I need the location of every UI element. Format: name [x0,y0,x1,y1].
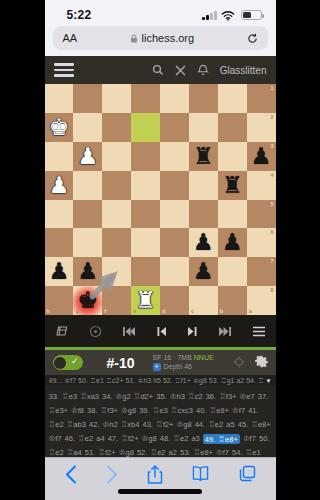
refresh-icon[interactable] [247,33,258,44]
phone-screen: 5:22 AA lichess.org [45,0,276,500]
square-f2[interactable] [102,113,131,142]
file-label: h [47,308,50,314]
square-a4[interactable]: 4 [247,171,276,200]
rank-label: 8 [270,287,273,293]
gear-icon[interactable] [255,355,268,371]
square-g8[interactable]: ♚g [73,286,102,315]
square-h8[interactable]: h [45,286,74,315]
square-h6[interactable] [45,228,74,257]
rank-label: 1 [270,85,273,91]
step-forward-icon[interactable] [187,326,198,337]
piece-bP-g7[interactable]: ♟ [73,257,102,286]
square-c7[interactable]: ♟ [189,257,218,286]
square-b6[interactable]: ♟ [218,228,247,257]
bookmarks-icon[interactable] [192,465,209,482]
square-g1[interactable] [73,84,102,113]
square-c4[interactable] [189,171,218,200]
square-a8[interactable]: 8a [247,286,276,315]
piece-bP-b6[interactable]: ♟ [218,228,247,257]
wifi-icon [221,10,235,21]
square-h4[interactable]: ♟ [45,171,74,200]
square-a2[interactable]: 2 [247,113,276,142]
piece-bR-b4[interactable]: ♜ [218,171,247,200]
square-h1[interactable] [45,84,74,113]
square-b7[interactable] [218,257,247,286]
file-label: g [75,308,78,314]
analysis-controls-bar [45,315,276,347]
square-b2[interactable] [218,113,247,142]
square-c3[interactable]: ♜ [189,142,218,171]
expand-caret-icon[interactable]: ▼ [266,378,272,384]
square-d5[interactable] [160,200,189,229]
file-label: c [191,308,194,314]
square-e1[interactable] [131,84,160,113]
piece-bP-c6[interactable]: ♟ [189,228,218,257]
square-d1[interactable] [160,84,189,113]
square-e7[interactable] [131,257,160,286]
square-f5[interactable] [102,200,131,229]
step-back-icon[interactable] [156,326,167,337]
rank-label: 7 [270,258,273,264]
rank-label: 5 [270,201,273,207]
engine-pv-row[interactable]: 49... ♔f7 50. ♖e1 ♖c2+ 51. ♔h3 h5 52. ♖f… [45,375,276,386]
square-g6[interactable] [73,228,102,257]
square-e5[interactable] [131,200,160,229]
square-d6[interactable] [160,228,189,257]
square-f8[interactable]: f [102,286,131,315]
battery-icon [241,10,262,20]
close-icon[interactable] [175,65,186,76]
square-d2[interactable] [160,113,189,142]
file-label: e [133,308,136,314]
square-f3[interactable] [102,142,131,171]
move-list[interactable]: 33. ♖e3 ♖xa3 34. ♔g2 ♖d2+ 35. ♔h3 ♖c2 36… [45,386,276,457]
square-a1[interactable]: 1 [247,84,276,113]
square-h3[interactable] [45,142,74,171]
skip-to-end-icon[interactable] [218,326,232,337]
skip-to-start-icon[interactable] [122,326,136,337]
square-b3[interactable] [218,142,247,171]
url-host: lichess.org [142,32,195,44]
square-f6[interactable] [102,228,131,257]
square-e8[interactable]: ♜e [131,286,160,315]
piece-bP-c7[interactable]: ♟ [189,257,218,286]
lock-icon [130,34,138,43]
engine-pv-line: 49... ♔f7 50. ♖e1 ♖c2+ 51. ♔h3 h5 52. ♖f… [49,377,263,385]
square-h2[interactable]: ♚ [45,113,74,142]
square-g5[interactable] [73,200,102,229]
lichess-header: Glasslitten [45,56,276,84]
bell-icon[interactable] [197,64,209,76]
square-c6[interactable]: ♟ [189,228,218,257]
square-f4[interactable] [102,171,131,200]
square-g4[interactable] [73,171,102,200]
chess-board: 1♚2♟♜♟3♟♜45♟♟6♟♟♟7h♚gf♜edcb8a [45,84,276,315]
menu-list-icon[interactable] [252,326,266,337]
address-field[interactable]: AA lichess.org [53,26,268,50]
engine-depth: +Depth 46 [153,363,223,371]
square-b8[interactable]: b [218,286,247,315]
share-icon[interactable] [147,465,163,485]
square-e2[interactable] [131,113,160,142]
square-e6[interactable] [131,228,160,257]
square-d7[interactable] [160,257,189,286]
square-g2[interactable] [73,113,102,142]
square-g3[interactable]: ♟ [73,142,102,171]
file-label: d [162,308,165,314]
square-c2[interactable] [189,113,218,142]
depth-plus-icon[interactable]: + [153,363,161,371]
square-e4[interactable] [131,171,160,200]
focus-icon[interactable] [233,356,245,370]
file-label: b [220,308,223,314]
menu-icon[interactable] [54,63,74,77]
home-indicator[interactable] [118,489,202,494]
analysis-board-icon[interactable] [55,325,69,337]
square-h5[interactable] [45,200,74,229]
square-a5[interactable]: 5 [247,200,276,229]
file-label: f [104,308,106,314]
rank-label: 3 [270,143,273,149]
square-f1[interactable] [102,84,131,113]
engine-eval: #-10 [107,355,135,371]
back-icon[interactable] [65,465,77,484]
rank-label: 4 [270,172,273,178]
reader-button[interactable]: AA [63,32,78,44]
square-c8[interactable]: c [189,286,218,315]
square-c1[interactable] [189,84,218,113]
square-c5[interactable] [189,200,218,229]
square-g7[interactable]: ♟ [73,257,102,286]
square-e3[interactable] [131,142,160,171]
file-label: a [249,308,252,314]
username[interactable]: Glasslitten [220,65,267,76]
engine-name: SF 16 · 7MB NNUE [153,354,223,362]
square-a6[interactable]: 6 [247,228,276,257]
rank-label: 6 [270,229,273,235]
square-b4[interactable]: ♜ [218,171,247,200]
square-b5[interactable] [218,200,247,229]
current-move[interactable]: 49. ♖e8+ [203,434,240,444]
cellular-signal-icon [202,10,217,20]
square-f7[interactable] [102,257,131,286]
square-h7[interactable]: ♟ [45,257,74,286]
safari-toolbar [45,457,276,500]
clock: 5:22 [67,8,92,22]
engine-panel: ✓ #-10 SF 16 · 7MB NNUE +Depth 46 [45,350,276,375]
engine-toggle[interactable]: ✓ [53,355,83,370]
search-icon[interactable] [152,64,164,76]
square-a7[interactable]: 7 [247,257,276,286]
forward-icon[interactable] [106,465,118,484]
square-b1[interactable] [218,84,247,113]
square-a3[interactable]: ♟3 [247,142,276,171]
piece-bR-c3[interactable]: ♜ [189,142,218,171]
piece-bP-h7[interactable]: ♟ [45,257,74,286]
practice-icon[interactable] [89,325,102,338]
piece-wK-h2[interactable]: ♚ [45,113,74,142]
tabs-icon[interactable] [239,465,256,482]
square-d3[interactable] [160,142,189,171]
safari-url-bar: AA lichess.org [45,26,276,56]
ios-status-bar: 5:22 [45,0,276,26]
square-d4[interactable] [160,171,189,200]
square-d8[interactable]: d [160,286,189,315]
rank-label: 2 [270,114,273,120]
piece-wP-h4[interactable]: ♟ [45,171,74,200]
piece-wP-g3[interactable]: ♟ [73,142,102,171]
